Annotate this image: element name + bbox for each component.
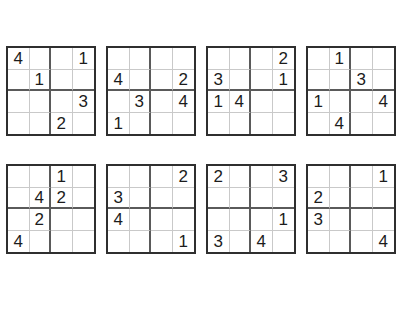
- board-8-cell-r2c4[interactable]: [373, 188, 395, 210]
- sudoku-board-1: 41132: [6, 46, 96, 136]
- sudoku-board-3: 23114: [206, 46, 296, 136]
- board-2-cell-r2c2[interactable]: [130, 70, 152, 92]
- board-5-cell-r2c4[interactable]: [73, 188, 95, 210]
- board-5-cell-r1c2[interactable]: [30, 166, 52, 188]
- board-1-cell-r4c2[interactable]: [30, 113, 52, 135]
- board-4-cell-r3c4: 4: [373, 91, 395, 113]
- board-3-cell-r4c4[interactable]: [273, 113, 295, 135]
- board-8-cell-r3c3[interactable]: [351, 209, 373, 231]
- board-2-cell-r1c2[interactable]: [130, 48, 152, 70]
- board-2-cell-r1c4[interactable]: [173, 48, 195, 70]
- sudoku-board-4: 13144: [306, 46, 396, 136]
- board-6-cell-r2c4[interactable]: [173, 188, 195, 210]
- board-2-cell-r3c1[interactable]: [108, 91, 130, 113]
- board-8-cell-r4c2[interactable]: [330, 231, 352, 253]
- board-4-cell-r3c2[interactable]: [330, 91, 352, 113]
- board-7-cell-r2c2[interactable]: [230, 188, 252, 210]
- board-8-cell-r1c2[interactable]: [330, 166, 352, 188]
- sudoku-board-6: 2341: [106, 164, 196, 254]
- board-5-cell-r4c3[interactable]: [51, 231, 73, 253]
- board-6-cell-r1c4: 2: [173, 166, 195, 188]
- board-1-cell-r1c3[interactable]: [51, 48, 73, 70]
- board-5-cell-r2c1[interactable]: [8, 188, 30, 210]
- board-8-cell-r2c1: 2: [308, 188, 330, 210]
- board-1-cell-r4c4[interactable]: [73, 113, 95, 135]
- board-6-cell-r4c1[interactable]: [108, 231, 130, 253]
- sudoku-board-7: 23134: [206, 164, 296, 254]
- board-2-cell-r2c3[interactable]: [151, 70, 173, 92]
- board-7-cell-r1c1: 2: [208, 166, 230, 188]
- board-4-cell-r3c1: 1: [308, 91, 330, 113]
- board-4-cell-r1c3[interactable]: [351, 48, 373, 70]
- board-8-cell-r2c3[interactable]: [351, 188, 373, 210]
- board-8-cell-r4c1[interactable]: [308, 231, 330, 253]
- board-3-cell-r4c2[interactable]: [230, 113, 252, 135]
- board-2-cell-r3c2: 3: [130, 91, 152, 113]
- board-8-cell-r3c1: 3: [308, 209, 330, 231]
- board-6-cell-r3c3[interactable]: [151, 209, 173, 231]
- board-6-cell-r1c3[interactable]: [151, 166, 173, 188]
- board-1-cell-r4c1[interactable]: [8, 113, 30, 135]
- board-3-cell-r2c2[interactable]: [230, 70, 252, 92]
- board-7-cell-r1c4: 3: [273, 166, 295, 188]
- board-5-cell-r3c2: 2: [30, 209, 52, 231]
- board-8-cell-r1c4: 1: [373, 166, 395, 188]
- board-1-cell-r3c4: 3: [73, 91, 95, 113]
- board-2-cell-r1c3[interactable]: [151, 48, 173, 70]
- board-8-cell-r1c1[interactable]: [308, 166, 330, 188]
- board-1-cell-r2c1[interactable]: [8, 70, 30, 92]
- board-2-cell-r4c2[interactable]: [130, 113, 152, 135]
- board-2-cell-r4c4[interactable]: [173, 113, 195, 135]
- board-1-cell-r1c4: 1: [73, 48, 95, 70]
- board-4-cell-r1c1[interactable]: [308, 48, 330, 70]
- board-3-cell-r1c4: 2: [273, 48, 295, 70]
- board-7-cell-r2c1[interactable]: [208, 188, 230, 210]
- board-3-cell-r1c1[interactable]: [208, 48, 230, 70]
- board-6-cell-r4c3[interactable]: [151, 231, 173, 253]
- board-5-cell-r3c3[interactable]: [51, 209, 73, 231]
- board-5-cell-r1c1[interactable]: [8, 166, 30, 188]
- board-3-cell-r3c3[interactable]: [251, 91, 273, 113]
- board-3-cell-r2c1: 3: [208, 70, 230, 92]
- board-8-cell-r2c2[interactable]: [330, 188, 352, 210]
- board-4-cell-r4c4[interactable]: [373, 113, 395, 135]
- board-1-cell-r2c4[interactable]: [73, 70, 95, 92]
- board-8-cell-r3c2[interactable]: [330, 209, 352, 231]
- board-6-cell-r3c4[interactable]: [173, 209, 195, 231]
- sudoku-board-2: 42341: [106, 46, 196, 136]
- board-5-cell-r1c4[interactable]: [73, 166, 95, 188]
- board-7-cell-r3c1[interactable]: [208, 209, 230, 231]
- board-3-cell-r2c4: 1: [273, 70, 295, 92]
- board-4-cell-r1c2: 1: [330, 48, 352, 70]
- board-6-cell-r3c1: 4: [108, 209, 130, 231]
- board-7-cell-r3c3[interactable]: [251, 209, 273, 231]
- board-5-cell-r4c2[interactable]: [30, 231, 52, 253]
- board-3-cell-r3c1: 1: [208, 91, 230, 113]
- board-3-cell-r3c4[interactable]: [273, 91, 295, 113]
- sudoku-board-5: 14224: [6, 164, 96, 254]
- board-8-cell-r4c3[interactable]: [351, 231, 373, 253]
- board-7-cell-r2c4[interactable]: [273, 188, 295, 210]
- board-6-cell-r3c2[interactable]: [130, 209, 152, 231]
- board-4-cell-r1c4[interactable]: [373, 48, 395, 70]
- puzzle-sheet: 41132423412311413144142242341231341234: [0, 0, 400, 309]
- board-4-cell-r2c4[interactable]: [373, 70, 395, 92]
- board-1-cell-r3c1[interactable]: [8, 91, 30, 113]
- board-2-cell-r3c4: 4: [173, 91, 195, 113]
- board-3-cell-r4c1[interactable]: [208, 113, 230, 135]
- board-1-cell-r3c3[interactable]: [51, 91, 73, 113]
- board-1-cell-r2c3[interactable]: [51, 70, 73, 92]
- board-5-cell-r3c4[interactable]: [73, 209, 95, 231]
- board-3-cell-r4c3[interactable]: [251, 113, 273, 135]
- board-3-cell-r1c2[interactable]: [230, 48, 252, 70]
- board-5-cell-r2c3: 2: [51, 188, 73, 210]
- board-1-cell-r1c2[interactable]: [30, 48, 52, 70]
- board-2-cell-r3c3[interactable]: [151, 91, 173, 113]
- board-1-cell-r1c1: 4: [8, 48, 30, 70]
- board-6-cell-r2c1: 3: [108, 188, 130, 210]
- board-5-cell-r1c3: 1: [51, 166, 73, 188]
- board-7-cell-r4c4[interactable]: [273, 231, 295, 253]
- board-6-cell-r4c2[interactable]: [130, 231, 152, 253]
- board-6-cell-r1c1[interactable]: [108, 166, 130, 188]
- board-4-cell-r2c2[interactable]: [330, 70, 352, 92]
- board-7-cell-r4c3: 4: [251, 231, 273, 253]
- board-4-cell-r4c1[interactable]: [308, 113, 330, 135]
- board-7-cell-r3c4: 1: [273, 209, 295, 231]
- board-4-cell-r2c3: 3: [351, 70, 373, 92]
- board-7-cell-r3c2[interactable]: [230, 209, 252, 231]
- board-2-cell-r4c3[interactable]: [151, 113, 173, 135]
- board-4-cell-r4c2: 4: [330, 113, 352, 135]
- sudoku-board-8: 1234: [306, 164, 396, 254]
- board-5-cell-r4c4[interactable]: [73, 231, 95, 253]
- board-8-cell-r3c4[interactable]: [373, 209, 395, 231]
- board-7-cell-r4c2[interactable]: [230, 231, 252, 253]
- board-2-cell-r2c4: 2: [173, 70, 195, 92]
- board-2-cell-r1c1[interactable]: [108, 48, 130, 70]
- board-1-cell-r4c3: 2: [51, 113, 73, 135]
- boards-grid: 41132423412311413144142242341231341234: [6, 46, 396, 254]
- board-3-cell-r3c2: 4: [230, 91, 252, 113]
- board-3-cell-r1c3[interactable]: [251, 48, 273, 70]
- board-7-cell-r4c1: 3: [208, 231, 230, 253]
- board-8-cell-r4c4: 4: [373, 231, 395, 253]
- board-4-cell-r4c3[interactable]: [351, 113, 373, 135]
- board-4-cell-r2c1[interactable]: [308, 70, 330, 92]
- board-5-cell-r3c1[interactable]: [8, 209, 30, 231]
- board-6-cell-r2c3[interactable]: [151, 188, 173, 210]
- board-5-cell-r4c1: 4: [8, 231, 30, 253]
- board-4-cell-r3c3[interactable]: [351, 91, 373, 113]
- board-1-cell-r2c2: 1: [30, 70, 52, 92]
- board-2-cell-r2c1: 4: [108, 70, 130, 92]
- board-2-cell-r4c1: 1: [108, 113, 130, 135]
- board-6-cell-r2c2[interactable]: [130, 188, 152, 210]
- board-7-cell-r1c2[interactable]: [230, 166, 252, 188]
- board-1-cell-r3c2[interactable]: [30, 91, 52, 113]
- board-6-cell-r4c4: 1: [173, 231, 195, 253]
- board-5-cell-r2c2: 4: [30, 188, 52, 210]
- board-6-cell-r1c2[interactable]: [130, 166, 152, 188]
- board-7-cell-r2c3[interactable]: [251, 188, 273, 210]
- board-7-cell-r1c3[interactable]: [251, 166, 273, 188]
- board-3-cell-r2c3[interactable]: [251, 70, 273, 92]
- board-8-cell-r1c3[interactable]: [351, 166, 373, 188]
